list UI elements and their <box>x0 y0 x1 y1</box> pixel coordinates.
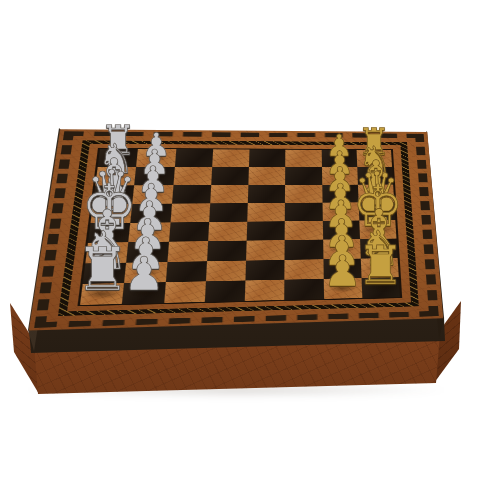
square-g7[interactable] <box>323 258 361 278</box>
square-c1[interactable] <box>93 185 134 204</box>
square-g1[interactable] <box>83 262 127 283</box>
square-b5[interactable] <box>248 167 285 185</box>
square-f6[interactable] <box>285 240 323 260</box>
square-h8[interactable] <box>361 277 400 298</box>
square-f7[interactable] <box>323 239 361 259</box>
square-c3[interactable] <box>171 185 210 204</box>
square-a6[interactable] <box>285 150 321 167</box>
square-a3[interactable] <box>174 149 212 167</box>
square-b1[interactable] <box>95 167 136 185</box>
square-h5[interactable] <box>245 280 285 301</box>
square-d8[interactable] <box>358 202 395 220</box>
square-g8[interactable] <box>361 258 399 278</box>
square-d4[interactable] <box>209 203 248 222</box>
square-c2[interactable] <box>133 185 173 204</box>
square-e4[interactable] <box>208 222 247 242</box>
square-f8[interactable] <box>360 239 398 259</box>
square-d5[interactable] <box>247 203 285 222</box>
square-b8[interactable] <box>357 167 393 184</box>
square-f5[interactable] <box>246 240 285 260</box>
square-h3[interactable] <box>164 281 206 303</box>
square-e8[interactable] <box>359 220 396 239</box>
square-f3[interactable] <box>167 241 208 261</box>
square-e2[interactable] <box>129 222 170 242</box>
square-h7[interactable] <box>323 278 362 299</box>
square-c6[interactable] <box>285 185 322 203</box>
square-c5[interactable] <box>248 185 285 203</box>
square-e7[interactable] <box>322 221 359 240</box>
square-c7[interactable] <box>322 184 359 202</box>
square-h4[interactable] <box>205 280 246 302</box>
square-b3[interactable] <box>173 167 212 185</box>
square-a8[interactable] <box>356 150 392 167</box>
square-g6[interactable] <box>285 259 324 280</box>
square-a5[interactable] <box>249 150 286 167</box>
square-d1[interactable] <box>90 204 132 223</box>
square-h1[interactable] <box>80 283 124 305</box>
lace-border <box>58 140 419 316</box>
square-c4[interactable] <box>210 185 248 203</box>
square-b4[interactable] <box>211 167 249 185</box>
chess-board <box>77 148 402 306</box>
square-c8[interactable] <box>358 184 395 202</box>
square-a2[interactable] <box>136 149 175 167</box>
square-a7[interactable] <box>321 150 357 167</box>
square-b7[interactable] <box>321 167 357 185</box>
chess-board-lid <box>29 129 443 330</box>
square-d2[interactable] <box>131 203 172 222</box>
square-f1[interactable] <box>85 242 128 263</box>
product-photo-scene: ♜♟♟♜♞♟♟♞♝♟♟♝♛♟♟♛♚♟♟♚♝♟♟♝♞♟♟♞♜♟♟♜ <box>0 0 480 480</box>
square-e3[interactable] <box>168 222 208 242</box>
square-d7[interactable] <box>322 202 359 221</box>
square-b6[interactable] <box>285 167 321 185</box>
square-g5[interactable] <box>245 260 284 281</box>
square-h2[interactable] <box>122 282 165 304</box>
square-b2[interactable] <box>134 167 174 185</box>
square-h6[interactable] <box>284 279 323 300</box>
square-d3[interactable] <box>170 203 210 222</box>
square-d6[interactable] <box>285 202 322 221</box>
sawtooth-trim <box>34 131 439 327</box>
square-e1[interactable] <box>88 223 131 243</box>
square-a4[interactable] <box>212 149 250 167</box>
square-f2[interactable] <box>126 242 168 263</box>
square-e6[interactable] <box>285 221 323 240</box>
square-g4[interactable] <box>206 260 246 281</box>
square-f4[interactable] <box>207 241 247 261</box>
square-g3[interactable] <box>165 261 206 282</box>
square-e5[interactable] <box>247 221 285 240</box>
square-g2[interactable] <box>124 262 167 283</box>
square-a1[interactable] <box>98 149 138 167</box>
